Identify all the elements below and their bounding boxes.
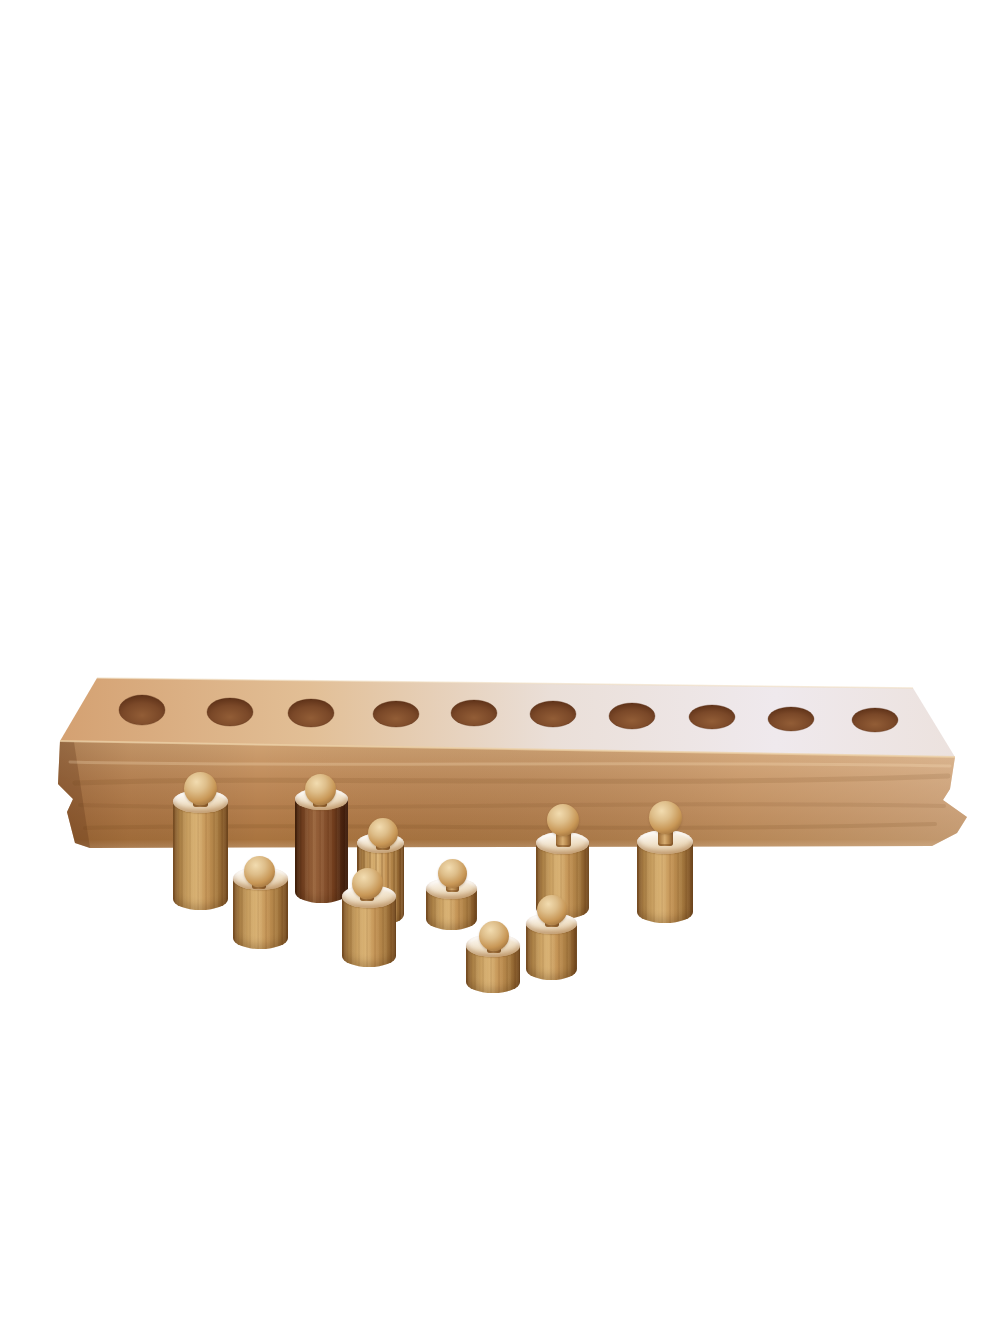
- scene: [0, 0, 1000, 1333]
- cylinder-3[interactable]: [295, 774, 348, 903]
- knob[interactable]: [352, 868, 383, 899]
- knob[interactable]: [368, 818, 398, 848]
- cylinder-body: [295, 799, 348, 903]
- socket-hole-1[interactable]: [119, 695, 165, 725]
- cylinder-body: [637, 842, 693, 923]
- cylinder-7[interactable]: [466, 921, 520, 993]
- knob[interactable]: [244, 856, 275, 887]
- socket-hole-5[interactable]: [451, 700, 497, 726]
- socket-hole-7[interactable]: [609, 703, 655, 729]
- knob[interactable]: [479, 921, 509, 951]
- cylinder-5[interactable]: [342, 868, 396, 967]
- cylinder-body: [173, 801, 228, 910]
- socket-hole-2[interactable]: [207, 698, 253, 726]
- knob[interactable]: [537, 895, 567, 925]
- socket-hole-8[interactable]: [689, 705, 735, 729]
- cylinder-block: [0, 0, 1000, 1333]
- socket-hole-10[interactable]: [852, 708, 898, 732]
- socket-hole-3[interactable]: [288, 699, 334, 727]
- cylinder-8[interactable]: [526, 895, 577, 980]
- socket-hole-9[interactable]: [768, 707, 814, 731]
- cylinder-1[interactable]: [173, 772, 228, 910]
- cylinder-2[interactable]: [233, 856, 288, 949]
- socket-hole-4[interactable]: [373, 701, 419, 727]
- knob[interactable]: [305, 774, 336, 805]
- cylinder-6[interactable]: [426, 859, 477, 930]
- knob[interactable]: [649, 801, 682, 834]
- knob[interactable]: [438, 859, 467, 888]
- cylinder-10[interactable]: [637, 801, 693, 923]
- knob[interactable]: [547, 804, 579, 836]
- knob[interactable]: [184, 772, 217, 805]
- socket-hole-6[interactable]: [530, 701, 576, 727]
